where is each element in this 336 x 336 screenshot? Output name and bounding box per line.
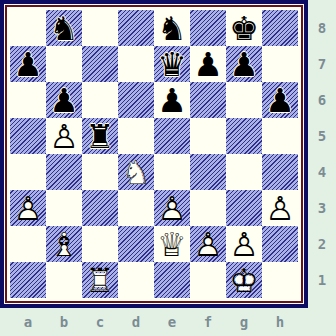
white-queen-piece[interactable]: ♕ [154,226,190,262]
square-c2[interactable] [82,226,118,262]
white-king-piece[interactable]: ♔ [226,262,262,298]
square-f7[interactable]: ♟ [190,46,226,82]
square-h5[interactable] [262,118,298,154]
square-d2[interactable] [118,226,154,262]
square-e2[interactable]: ♛♕ [154,226,190,262]
square-a6[interactable] [10,82,46,118]
white-bishop-piece[interactable]: ♗ [46,226,82,262]
black-pawn-piece[interactable]: ♟ [154,82,190,118]
square-d8[interactable] [118,10,154,46]
black-pawn-piece[interactable]: ♟ [10,46,46,82]
square-b6[interactable]: ♟ [46,82,82,118]
rank-label-4: 4 [308,154,336,190]
white-rook-piece[interactable]: ♖ [82,262,118,298]
board-border-outer: ♞♞♚♟♛♟♟♟♟♟♟♙♜♞♘♟♙♟♙♟♙♝♗♛♕♟♙♟♙♜♖♚♔ [0,0,308,308]
square-b2[interactable]: ♝♗ [46,226,82,262]
white-pawn-fill: ♟ [10,190,46,226]
square-d1[interactable] [118,262,154,298]
square-e4[interactable] [154,154,190,190]
white-pawn-piece[interactable]: ♙ [46,118,82,154]
square-a3[interactable]: ♟♙ [10,190,46,226]
file-label-d: d [118,308,154,336]
black-pawn-piece[interactable]: ♟ [46,82,82,118]
white-pawn-fill: ♟ [190,226,226,262]
white-pawn-fill: ♟ [154,190,190,226]
square-f1[interactable] [190,262,226,298]
square-a7[interactable]: ♟ [10,46,46,82]
square-e6[interactable]: ♟ [154,82,190,118]
rank-label-1: 1 [308,262,336,298]
white-pawn-fill: ♟ [46,118,82,154]
square-c7[interactable] [82,46,118,82]
black-knight-piece[interactable]: ♞ [46,10,82,46]
board-margin: ♞♞♚♟♛♟♟♟♟♟♟♙♜♞♘♟♙♟♙♟♙♝♗♛♕♟♙♟♙♜♖♚♔ [7,7,301,301]
square-a1[interactable] [10,262,46,298]
rank-label-8: 8 [308,10,336,46]
square-g4[interactable] [226,154,262,190]
square-a5[interactable] [10,118,46,154]
white-knight-fill: ♞ [118,154,154,190]
square-f3[interactable] [190,190,226,226]
square-c5[interactable]: ♜ [82,118,118,154]
white-queen-fill: ♛ [154,226,190,262]
square-e1[interactable] [154,262,190,298]
white-knight-piece[interactable]: ♘ [118,154,154,190]
rank-label-6: 6 [308,82,336,118]
square-g5[interactable] [226,118,262,154]
square-d6[interactable] [118,82,154,118]
chess-diagram: ♞♞♚♟♛♟♟♟♟♟♟♙♜♞♘♟♙♟♙♟♙♝♗♛♕♟♙♟♙♜♖♚♔ abcdef… [0,0,336,336]
square-d5[interactable] [118,118,154,154]
square-h2[interactable] [262,226,298,262]
square-b8[interactable]: ♞ [46,10,82,46]
square-h8[interactable] [262,10,298,46]
square-g1[interactable]: ♚♔ [226,262,262,298]
square-b5[interactable]: ♟♙ [46,118,82,154]
square-f4[interactable] [190,154,226,190]
white-pawn-piece[interactable]: ♙ [226,226,262,262]
file-label-h: h [262,308,298,336]
black-king-piece[interactable]: ♚ [226,10,262,46]
white-king-fill: ♚ [226,262,262,298]
white-bishop-fill: ♝ [46,226,82,262]
square-a4[interactable] [10,154,46,190]
square-g8[interactable]: ♚ [226,10,262,46]
black-rook-piece[interactable]: ♜ [82,118,118,154]
square-h4[interactable] [262,154,298,190]
black-pawn-piece[interactable]: ♟ [262,82,298,118]
square-h1[interactable] [262,262,298,298]
square-g7[interactable]: ♟ [226,46,262,82]
square-f2[interactable]: ♟♙ [190,226,226,262]
board-grid: ♞♞♚♟♛♟♟♟♟♟♟♙♜♞♘♟♙♟♙♟♙♝♗♛♕♟♙♟♙♜♖♚♔ [10,10,298,298]
board-border-white: ♞♞♚♟♛♟♟♟♟♟♟♙♜♞♘♟♙♟♙♟♙♝♗♛♕♟♙♟♙♜♖♚♔ [4,4,304,304]
black-queen-piece[interactable]: ♛ [154,46,190,82]
file-labels: abcdefgh [10,308,298,336]
square-c4[interactable] [82,154,118,190]
square-a2[interactable] [10,226,46,262]
square-f6[interactable] [190,82,226,118]
black-knight-piece[interactable]: ♞ [154,10,190,46]
white-pawn-piece[interactable]: ♙ [10,190,46,226]
square-d4[interactable]: ♞♘ [118,154,154,190]
white-rook-fill: ♜ [82,262,118,298]
white-pawn-fill: ♟ [226,226,262,262]
file-label-g: g [226,308,262,336]
square-d7[interactable] [118,46,154,82]
rank-labels: 87654321 [308,10,336,298]
rank-label-2: 2 [308,226,336,262]
rank-label-5: 5 [308,118,336,154]
square-g2[interactable]: ♟♙ [226,226,262,262]
square-h3[interactable]: ♟♙ [262,190,298,226]
square-d3[interactable] [118,190,154,226]
square-h7[interactable] [262,46,298,82]
file-label-b: b [46,308,82,336]
square-g3[interactable] [226,190,262,226]
square-b3[interactable] [46,190,82,226]
black-pawn-piece[interactable]: ♟ [190,46,226,82]
square-b1[interactable] [46,262,82,298]
file-label-e: e [154,308,190,336]
square-f8[interactable] [190,10,226,46]
square-c1[interactable]: ♜♖ [82,262,118,298]
square-e8[interactable]: ♞ [154,10,190,46]
square-c3[interactable] [82,190,118,226]
square-e5[interactable] [154,118,190,154]
square-c8[interactable] [82,10,118,46]
board-border-maroon: ♞♞♚♟♛♟♟♟♟♟♟♙♜♞♘♟♙♟♙♟♙♝♗♛♕♟♙♟♙♜♖♚♔ [5,5,303,303]
square-g6[interactable] [226,82,262,118]
rank-label-7: 7 [308,46,336,82]
square-b7[interactable] [46,46,82,82]
file-label-c: c [82,308,118,336]
square-e7[interactable]: ♛ [154,46,190,82]
black-pawn-piece[interactable]: ♟ [226,46,262,82]
square-f5[interactable] [190,118,226,154]
square-b4[interactable] [46,154,82,190]
white-pawn-piece[interactable]: ♙ [190,226,226,262]
white-pawn-piece[interactable]: ♙ [262,190,298,226]
white-pawn-piece[interactable]: ♙ [154,190,190,226]
square-h6[interactable]: ♟ [262,82,298,118]
square-c6[interactable] [82,82,118,118]
file-label-f: f [190,308,226,336]
white-pawn-fill: ♟ [262,190,298,226]
file-label-a: a [10,308,46,336]
rank-label-3: 3 [308,190,336,226]
square-e3[interactable]: ♟♙ [154,190,190,226]
square-a8[interactable] [10,10,46,46]
